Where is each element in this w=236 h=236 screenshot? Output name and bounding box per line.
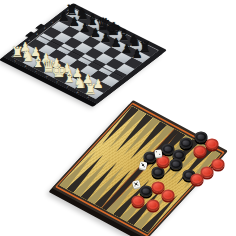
die-pip [134, 185, 136, 187]
die-pip [143, 166, 145, 168]
backgammon-checker-red [147, 200, 160, 211]
die-2-showing-3 [139, 161, 147, 169]
die-1-showing-2 [154, 149, 161, 156]
backgammon-point-left-top-1 [99, 106, 140, 146]
piece-anchor: ♜ [80, 76, 100, 96]
backgammon-checker-red [132, 196, 145, 207]
backgammon-checker-red [191, 174, 204, 185]
backgammon-checker-red [157, 156, 170, 167]
die-pip [137, 184, 139, 186]
chess-piece-black-pawn-h7: ♟ [132, 51, 150, 62]
white-rook-glyph: ♜ [70, 82, 110, 96]
die-pip [136, 181, 138, 183]
chess-board: abcdefgh 87654321 ♜♞♝♛♚♝♞♜♟♟♟♟♟♟♟♟♟♟♟♟♟♟… [3, 3, 167, 104]
backgammon-point-right-bottom-6 [141, 193, 182, 233]
backgammon-checker-red [162, 190, 175, 201]
chess-piece-white-rook-h1: ♜ [85, 87, 103, 98]
die-pip [156, 151, 158, 153]
product-photo: abcdefgh 87654321 ♜♞♝♛♚♝♞♜♟♟♟♟♟♟♟♟♟♟♟♟♟♟… [0, 0, 236, 236]
backgammon-field [59, 106, 221, 233]
backgammon-checker-red [194, 146, 207, 157]
backgammon-checker-red [206, 139, 219, 150]
backgammon-checker-black [180, 138, 193, 149]
chess-piece-layer: ♜♞♝♛♚♝♞♜♟♟♟♟♟♟♟♟♟♟♟♟♟♟♟♟♜♞♝♛♚♝♞♜ [12, 9, 158, 99]
black-pawn-glyph: ♟ [117, 48, 157, 60]
piece-anchor: ♟ [127, 40, 147, 60]
backgammon-checker-black [152, 167, 165, 178]
backgammon-checker-red [212, 159, 225, 170]
backgammon-checker-black [170, 159, 183, 170]
die-pip [159, 153, 161, 155]
